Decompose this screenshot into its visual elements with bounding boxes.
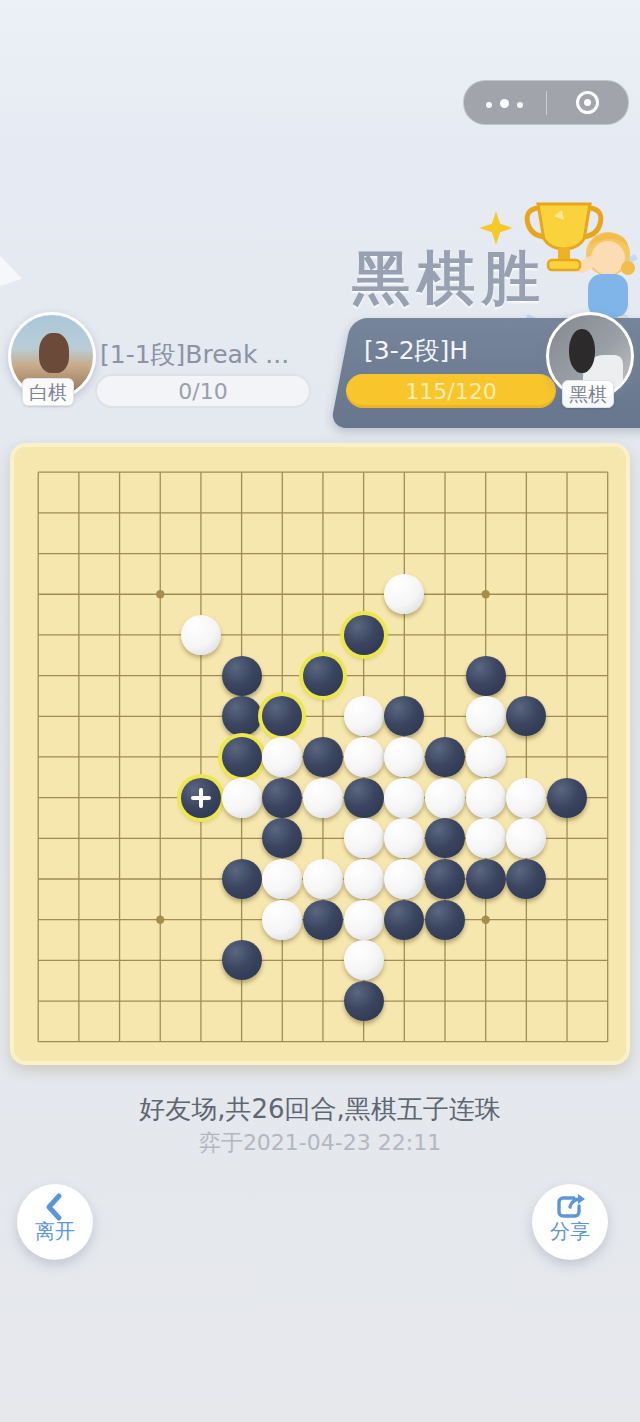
game-summary-text: 好友场,共26回合,黑棋五子连珠 <box>0 1092 640 1127</box>
white-stone <box>222 778 262 818</box>
black-stone <box>222 696 262 736</box>
white-stone <box>466 696 506 736</box>
white-stone <box>262 859 302 899</box>
white-stone <box>303 859 343 899</box>
white-stone <box>262 737 302 777</box>
white-stone <box>466 778 506 818</box>
result-title: 黑棋胜 <box>352 240 547 318</box>
white-player-name: [1-1段]Break ... <box>100 338 289 371</box>
white-stone <box>506 778 546 818</box>
gomoku-result-screen: 黑棋胜 <box>0 0 640 1422</box>
white-stone <box>344 940 384 980</box>
black-stone <box>547 778 587 818</box>
white-stone <box>384 737 424 777</box>
white-stone <box>344 859 384 899</box>
close-circle-icon <box>576 91 599 114</box>
black-stone <box>222 859 262 899</box>
game-date-text: 弈于2021-04-23 22:11 <box>0 1128 640 1158</box>
white-stone <box>344 818 384 858</box>
close-miniprogram-button[interactable] <box>547 81 629 124</box>
white-stone <box>425 778 465 818</box>
white-stone <box>181 615 221 655</box>
white-progress-text: 0/10 <box>178 379 227 404</box>
black-stone <box>344 615 384 655</box>
last-move-cross-icon <box>191 788 211 808</box>
black-player-progressbar: 115/120 <box>346 374 556 408</box>
black-stone <box>466 859 506 899</box>
black-stone <box>222 940 262 980</box>
white-stone <box>466 818 506 858</box>
star-point <box>156 590 164 598</box>
white-stone <box>344 696 384 736</box>
star-point <box>156 915 164 923</box>
black-stone <box>425 859 465 899</box>
white-side-badge: 白棋 <box>22 378 74 406</box>
black-stone <box>466 656 506 696</box>
black-player-name: [3-2段]H <box>364 334 468 367</box>
star-point <box>481 590 489 598</box>
black-stone <box>425 900 465 940</box>
black-stone <box>303 737 343 777</box>
black-stone <box>181 778 221 818</box>
white-player-progressbar: 0/10 <box>95 374 311 408</box>
black-stone <box>303 900 343 940</box>
white-stone <box>344 900 384 940</box>
black-stone <box>384 900 424 940</box>
white-stone <box>262 900 302 940</box>
share-label: 分享 <box>550 1218 590 1245</box>
black-stone <box>344 981 384 1021</box>
white-stone <box>384 778 424 818</box>
white-stone <box>344 737 384 777</box>
black-stone <box>303 656 343 696</box>
black-stone <box>222 656 262 696</box>
white-stone <box>303 778 343 818</box>
black-stone <box>344 778 384 818</box>
gomoku-board[interactable] <box>10 443 630 1065</box>
wechat-capsule[interactable] <box>463 80 629 125</box>
black-stone <box>425 737 465 777</box>
black-side-badge: 黑棋 <box>562 380 614 408</box>
leave-label: 离开 <box>35 1218 75 1245</box>
black-stone <box>262 778 302 818</box>
black-progress-text: 115/120 <box>405 379 496 404</box>
white-stone <box>466 737 506 777</box>
more-menu-button[interactable] <box>464 81 546 124</box>
share-button[interactable]: 分享 <box>532 1184 608 1260</box>
more-dots-icon <box>482 93 527 112</box>
star-point <box>481 915 489 923</box>
black-stone <box>222 737 262 777</box>
leave-button[interactable]: 离开 <box>17 1184 93 1260</box>
